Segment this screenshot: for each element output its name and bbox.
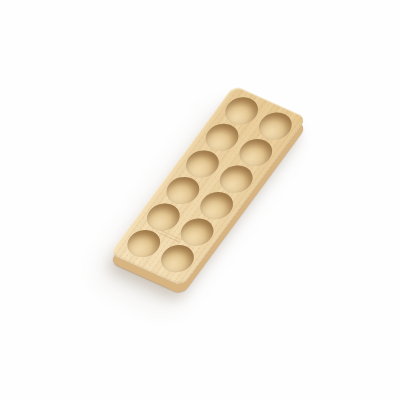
pit-grid [109,85,306,287]
mancala-board [109,85,306,287]
product-photo-stage [0,0,400,400]
